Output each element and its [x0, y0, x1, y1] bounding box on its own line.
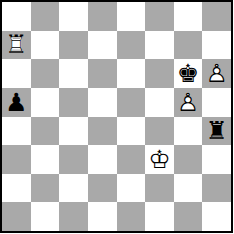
square-b1[interactable]	[31, 202, 60, 231]
square-c3[interactable]	[59, 145, 88, 174]
square-e2[interactable]	[117, 174, 146, 203]
square-g7[interactable]	[174, 31, 203, 60]
square-d1[interactable]	[88, 202, 117, 231]
square-d8[interactable]	[88, 2, 117, 31]
piece-black-king: ♚	[174, 59, 203, 88]
square-b7[interactable]	[31, 31, 60, 60]
square-f8[interactable]	[145, 2, 174, 31]
piece-white-rook: ♜♖	[2, 31, 31, 60]
square-b4[interactable]	[31, 117, 60, 146]
square-g3[interactable]	[174, 145, 203, 174]
square-h6[interactable]: ♟♙	[202, 59, 231, 88]
square-c7[interactable]	[59, 31, 88, 60]
square-b8[interactable]	[31, 2, 60, 31]
square-h2[interactable]	[202, 174, 231, 203]
square-f1[interactable]	[145, 202, 174, 231]
square-a3[interactable]	[2, 145, 31, 174]
chess-board: ♜♖♚♟♙♟♟♙♜♚♔	[0, 0, 233, 233]
square-c5[interactable]	[59, 88, 88, 117]
piece-white-pawn: ♟♙	[174, 88, 203, 117]
square-h7[interactable]	[202, 31, 231, 60]
square-f6[interactable]	[145, 59, 174, 88]
square-d2[interactable]	[88, 174, 117, 203]
square-e4[interactable]	[117, 117, 146, 146]
piece-white-king: ♚♔	[145, 145, 174, 174]
square-a5[interactable]: ♟	[2, 88, 31, 117]
square-a4[interactable]	[2, 117, 31, 146]
square-c2[interactable]	[59, 174, 88, 203]
square-e8[interactable]	[117, 2, 146, 31]
square-a8[interactable]	[2, 2, 31, 31]
square-d3[interactable]	[88, 145, 117, 174]
square-b5[interactable]	[31, 88, 60, 117]
square-h8[interactable]	[202, 2, 231, 31]
square-e1[interactable]	[117, 202, 146, 231]
piece-black-rook: ♜	[202, 117, 231, 146]
square-d7[interactable]	[88, 31, 117, 60]
square-b3[interactable]	[31, 145, 60, 174]
square-d4[interactable]	[88, 117, 117, 146]
square-c8[interactable]	[59, 2, 88, 31]
square-d5[interactable]	[88, 88, 117, 117]
square-h5[interactable]	[202, 88, 231, 117]
square-g4[interactable]	[174, 117, 203, 146]
square-e6[interactable]	[117, 59, 146, 88]
square-g6[interactable]: ♚	[174, 59, 203, 88]
square-h3[interactable]	[202, 145, 231, 174]
square-b2[interactable]	[31, 174, 60, 203]
square-f3[interactable]: ♚♔	[145, 145, 174, 174]
square-a2[interactable]	[2, 174, 31, 203]
square-f7[interactable]	[145, 31, 174, 60]
square-f5[interactable]	[145, 88, 174, 117]
square-g1[interactable]	[174, 202, 203, 231]
square-f4[interactable]	[145, 117, 174, 146]
square-g5[interactable]: ♟♙	[174, 88, 203, 117]
square-c4[interactable]	[59, 117, 88, 146]
square-h4[interactable]: ♜	[202, 117, 231, 146]
square-d6[interactable]	[88, 59, 117, 88]
square-h1[interactable]	[202, 202, 231, 231]
square-a1[interactable]	[2, 202, 31, 231]
square-e5[interactable]	[117, 88, 146, 117]
square-g8[interactable]	[174, 2, 203, 31]
square-b6[interactable]	[31, 59, 60, 88]
piece-white-pawn: ♟♙	[202, 59, 231, 88]
square-e3[interactable]	[117, 145, 146, 174]
square-c1[interactable]	[59, 202, 88, 231]
square-c6[interactable]	[59, 59, 88, 88]
square-e7[interactable]	[117, 31, 146, 60]
square-a6[interactable]	[2, 59, 31, 88]
square-f2[interactable]	[145, 174, 174, 203]
square-a7[interactable]: ♜♖	[2, 31, 31, 60]
piece-black-pawn: ♟	[2, 88, 31, 117]
square-g2[interactable]	[174, 174, 203, 203]
